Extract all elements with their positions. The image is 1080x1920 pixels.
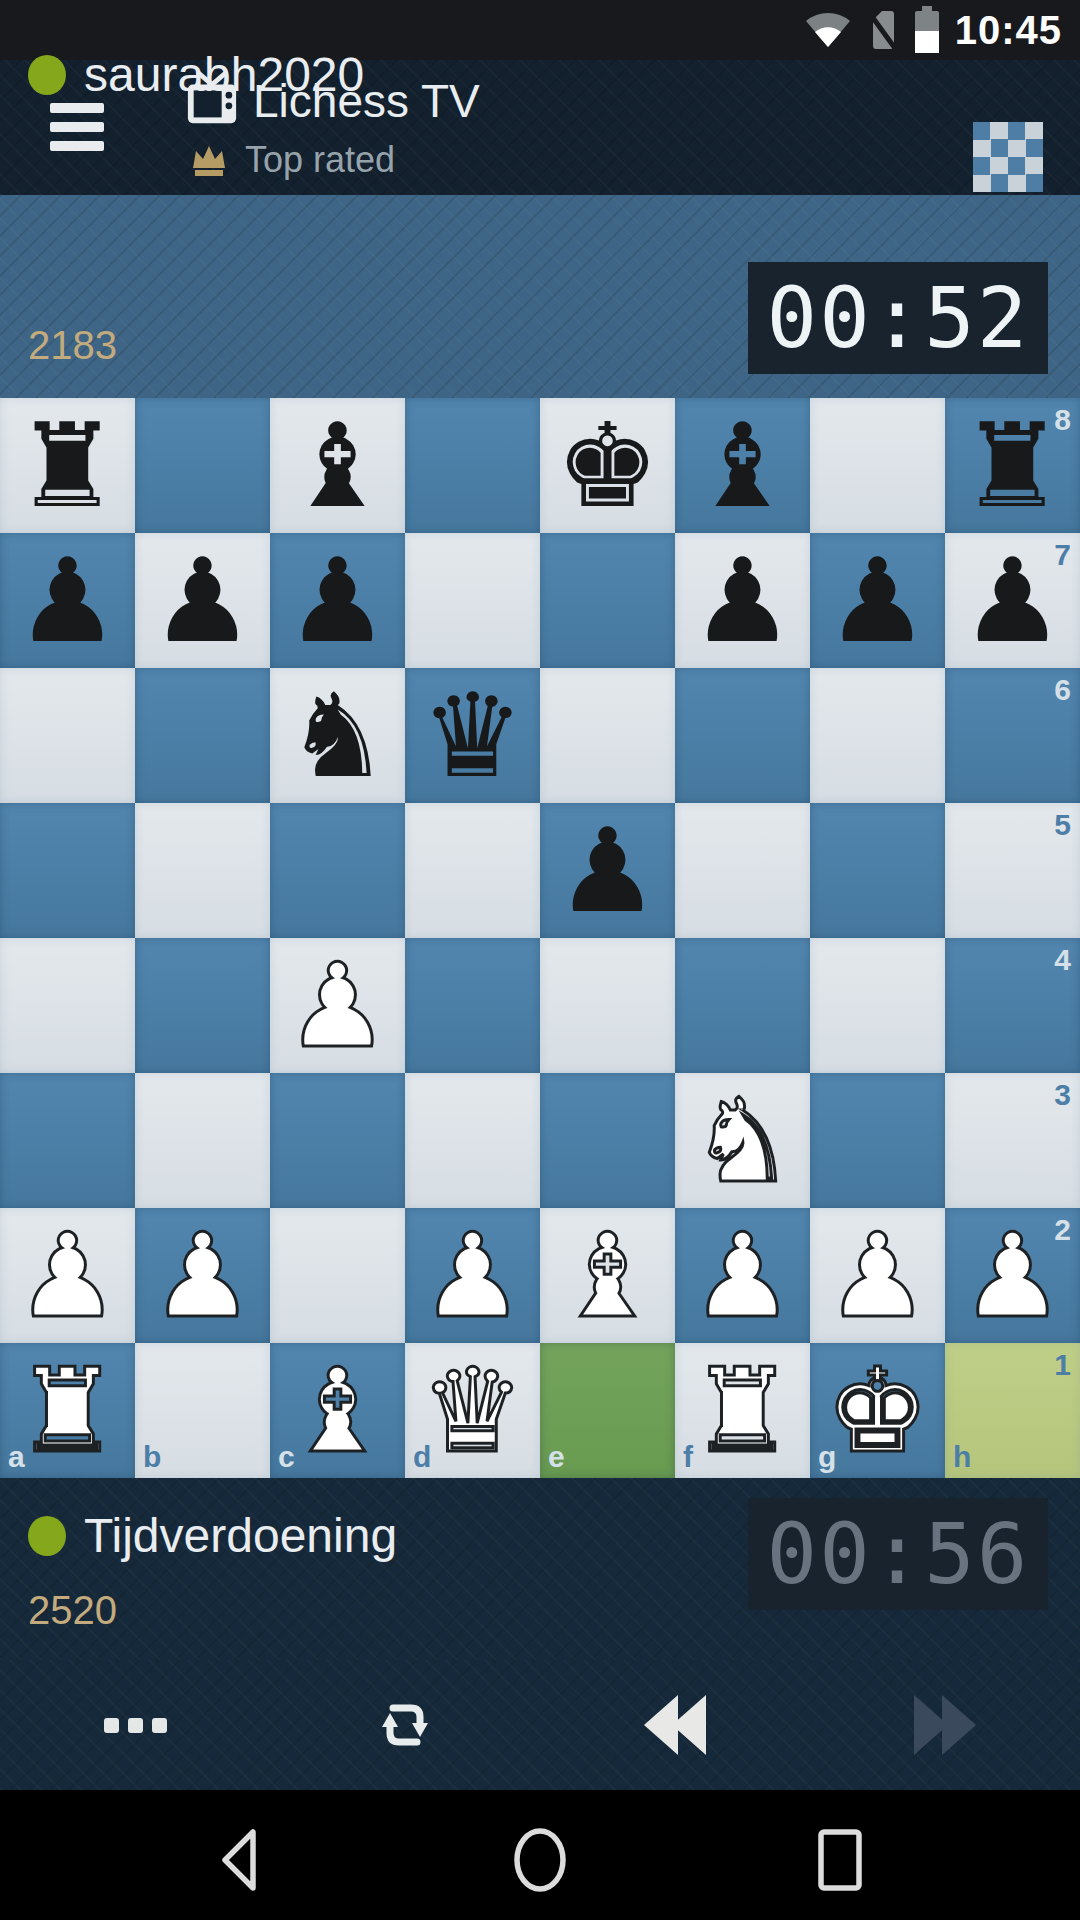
square-a4[interactable] [0, 938, 135, 1073]
wifi-icon [805, 11, 851, 49]
square-b4[interactable] [135, 938, 270, 1073]
mini-chessboard-icon[interactable] [973, 122, 1043, 192]
home-circle-icon [510, 1826, 570, 1894]
square-f1[interactable]: ♜f [675, 1343, 810, 1478]
channel-label: Top rated [245, 139, 395, 181]
piece-black-knight: ♞ [286, 668, 390, 803]
piece-white-king: ♚ [826, 1343, 930, 1478]
square-h4[interactable]: 4 [945, 938, 1080, 1073]
coord-file-f: f [683, 1442, 693, 1472]
piece-black-rook: ♜ [16, 398, 120, 533]
coord-file-g: g [818, 1442, 836, 1472]
square-d5[interactable] [405, 803, 540, 938]
piece-black-king: ♚ [556, 398, 660, 533]
coord-file-e: e [548, 1442, 565, 1472]
rewind-icon [644, 1695, 706, 1755]
online-indicator [28, 1516, 66, 1556]
piece-white-rook: ♜ [691, 1343, 795, 1478]
fast-forward-button[interactable] [810, 1660, 1080, 1790]
square-a5[interactable] [0, 803, 135, 938]
coord-rank-5: 5 [1054, 810, 1071, 840]
square-e2[interactable]: ♝ [540, 1208, 675, 1343]
coord-rank-3: 3 [1054, 1080, 1071, 1110]
crown-icon [189, 142, 229, 178]
square-c4[interactable]: ♟ [270, 938, 405, 1073]
square-a7[interactable]: ♟ [0, 533, 135, 668]
square-h3[interactable]: 3 [945, 1073, 1080, 1208]
square-e8[interactable]: ♚ [540, 398, 675, 533]
top-player-bar: saurabh2020 2183 00:52 [0, 195, 1080, 398]
square-g5[interactable] [810, 803, 945, 938]
square-g4[interactable] [810, 938, 945, 1073]
piece-white-rook: ♜ [16, 1343, 120, 1478]
square-a3[interactable] [0, 1073, 135, 1208]
piece-black-bishop: ♝ [286, 398, 390, 533]
piece-white-pawn: ♟ [16, 1208, 120, 1343]
square-e6[interactable] [540, 668, 675, 803]
chess-board: ♜♝♚♝♜8♟♟♟♟♟♟7♞♛6♟5♟4♞3♟♟♟♝♟♟♟2♜ab♝c♛de♜f… [0, 398, 1080, 1478]
coord-file-b: b [143, 1442, 161, 1472]
square-d4[interactable] [405, 938, 540, 1073]
square-d8[interactable] [405, 398, 540, 533]
fast-forward-icon [914, 1695, 976, 1755]
bottom-player-bar: Tijdverdoening 2520 00:56 [0, 1478, 1080, 1660]
status-clock: 10:45 [955, 8, 1062, 53]
piece-black-queen: ♛ [421, 668, 525, 803]
piece-black-pawn: ♟ [286, 533, 390, 668]
bottom-player-clock: 00:56 [748, 1498, 1048, 1610]
square-e3[interactable] [540, 1073, 675, 1208]
square-e5[interactable]: ♟ [540, 803, 675, 938]
online-indicator [28, 55, 66, 95]
piece-white-pawn: ♟ [691, 1208, 795, 1343]
coord-file-a: a [8, 1442, 25, 1472]
menu-hamburger-icon[interactable] [50, 93, 106, 161]
square-b1[interactable]: b [135, 1343, 270, 1478]
square-h6[interactable]: 6 [945, 668, 1080, 803]
ellipsis-icon [104, 1718, 167, 1733]
square-a6[interactable] [0, 668, 135, 803]
square-b5[interactable] [135, 803, 270, 938]
square-b7[interactable]: ♟ [135, 533, 270, 668]
coord-rank-6: 6 [1054, 675, 1071, 705]
piece-black-pawn: ♟ [961, 533, 1065, 668]
square-b6[interactable] [135, 668, 270, 803]
square-f2[interactable]: ♟ [675, 1208, 810, 1343]
no-sim-icon [865, 7, 899, 53]
square-g3[interactable] [810, 1073, 945, 1208]
square-f5[interactable] [675, 803, 810, 938]
square-c7[interactable]: ♟ [270, 533, 405, 668]
square-f4[interactable] [675, 938, 810, 1073]
android-back-button[interactable] [205, 1825, 275, 1895]
coord-rank-1: 1 [1054, 1350, 1071, 1380]
square-f6[interactable] [675, 668, 810, 803]
square-a8[interactable]: ♜ [0, 398, 135, 533]
piece-black-bishop: ♝ [691, 398, 795, 533]
coord-rank-8: 8 [1054, 405, 1071, 435]
square-f7[interactable]: ♟ [675, 533, 810, 668]
square-e1[interactable]: e [540, 1343, 675, 1478]
top-player-name: saurabh2020 [84, 47, 364, 102]
square-g1[interactable]: ♚g [810, 1343, 945, 1478]
square-g2[interactable]: ♟ [810, 1208, 945, 1343]
square-d3[interactable] [405, 1073, 540, 1208]
android-nav-bar [0, 1790, 1080, 1920]
piece-black-pawn: ♟ [16, 533, 120, 668]
piece-black-pawn: ♟ [691, 533, 795, 668]
rewind-button[interactable] [540, 1660, 810, 1790]
piece-black-pawn: ♟ [826, 533, 930, 668]
square-h7[interactable]: ♟7 [945, 533, 1080, 668]
square-c2[interactable] [270, 1208, 405, 1343]
bottom-player-rating: 2520 [28, 1588, 117, 1633]
piece-black-rook: ♜ [961, 398, 1065, 533]
square-g6[interactable] [810, 668, 945, 803]
square-b8[interactable] [135, 398, 270, 533]
square-d6[interactable]: ♛ [405, 668, 540, 803]
square-c3[interactable] [270, 1073, 405, 1208]
piece-black-pawn: ♟ [151, 533, 255, 668]
top-player-rating: 2183 [28, 323, 117, 368]
square-f8[interactable]: ♝ [675, 398, 810, 533]
piece-white-pawn: ♟ [286, 938, 390, 1073]
square-g7[interactable]: ♟ [810, 533, 945, 668]
square-h2[interactable]: ♟2 [945, 1208, 1080, 1343]
piece-white-pawn: ♟ [421, 1208, 525, 1343]
piece-white-bishop: ♝ [556, 1208, 660, 1343]
back-triangle-icon [216, 1826, 264, 1894]
coord-file-h: h [953, 1442, 971, 1472]
bottom-player-name: Tijdverdoening [84, 1508, 397, 1563]
piece-white-pawn: ♟ [151, 1208, 255, 1343]
square-c1[interactable]: ♝c [270, 1343, 405, 1478]
square-e7[interactable] [540, 533, 675, 668]
battery-icon [913, 6, 941, 54]
piece-black-pawn: ♟ [556, 803, 660, 938]
flip-cycle-icon [377, 1695, 433, 1755]
piece-white-queen: ♛ [421, 1343, 525, 1478]
piece-white-pawn: ♟ [826, 1208, 930, 1343]
square-b2[interactable]: ♟ [135, 1208, 270, 1343]
square-d2[interactable]: ♟ [405, 1208, 540, 1343]
piece-white-knight: ♞ [691, 1073, 795, 1208]
coord-rank-4: 4 [1054, 945, 1071, 975]
square-b3[interactable] [135, 1073, 270, 1208]
coord-file-d: d [413, 1442, 431, 1472]
square-f3[interactable]: ♞ [675, 1073, 810, 1208]
square-h5[interactable]: 5 [945, 803, 1080, 938]
piece-white-bishop: ♝ [286, 1343, 390, 1478]
square-d1[interactable]: ♛d [405, 1343, 540, 1478]
coord-file-c: c [278, 1442, 295, 1472]
square-h8[interactable]: ♜8 [945, 398, 1080, 533]
square-c5[interactable] [270, 803, 405, 938]
square-h1[interactable]: 1h [945, 1343, 1080, 1478]
recents-square-icon [812, 1826, 868, 1894]
top-player-clock: 00:52 [748, 262, 1048, 374]
square-c6[interactable]: ♞ [270, 668, 405, 803]
square-e4[interactable] [540, 938, 675, 1073]
flip-board-button[interactable] [270, 1660, 540, 1790]
square-a2[interactable]: ♟ [0, 1208, 135, 1343]
coord-rank-2: 2 [1054, 1215, 1071, 1245]
coord-rank-7: 7 [1054, 540, 1071, 570]
square-g8[interactable] [810, 398, 945, 533]
square-d7[interactable] [405, 533, 540, 668]
piece-white-pawn: ♟ [961, 1208, 1065, 1343]
lichess-tv-screen: 10:45 Lichess TV T [0, 0, 1080, 1920]
square-c8[interactable]: ♝ [270, 398, 405, 533]
game-toolbar [0, 1660, 1080, 1790]
square-a1[interactable]: ♜a [0, 1343, 135, 1478]
android-recents-button[interactable] [805, 1825, 875, 1895]
android-home-button[interactable] [505, 1825, 575, 1895]
more-options-button[interactable] [0, 1660, 270, 1790]
